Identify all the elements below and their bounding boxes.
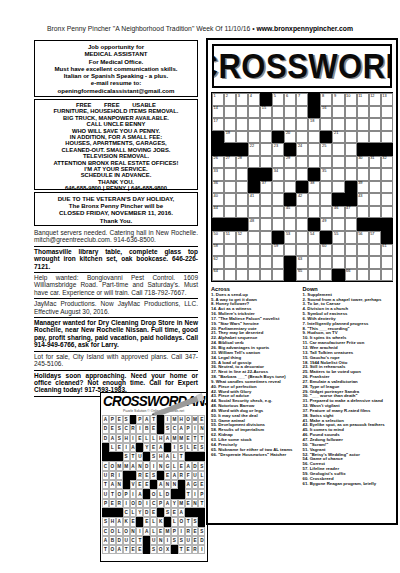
cell-number: 17 <box>214 119 218 124</box>
cell-number: 4 <box>250 94 252 99</box>
puzzle-cell <box>272 118 284 131</box>
solution-cell: D <box>192 461 199 470</box>
solution-block-cell <box>102 508 109 517</box>
solution-cell: T <box>136 536 143 545</box>
puzzle-cell <box>308 206 320 219</box>
puzzle-cell: 8 <box>320 93 332 106</box>
solution-cell: R <box>116 499 123 508</box>
cell-number: 62 <box>214 257 218 262</box>
puzzle-cell: 26 <box>212 156 224 169</box>
solution-cell: I <box>164 536 171 545</box>
puzzle-cell <box>345 218 357 231</box>
solution-block-cell <box>192 508 199 517</box>
cell-number: 23 <box>274 144 278 149</box>
puzzle-cell <box>381 181 393 194</box>
solution-cell: E <box>143 480 150 489</box>
cell-number: 8 <box>322 94 324 99</box>
puzzle-cell: 4 <box>248 93 260 106</box>
solution-block-cell <box>116 508 123 517</box>
solution-cell: T <box>185 489 192 498</box>
puzzle-cell: 2 <box>224 93 236 106</box>
solution-cell: O <box>109 527 116 536</box>
puzzle-block-cell <box>248 181 260 194</box>
cell-number: 7 <box>298 94 300 99</box>
solution-cell: L <box>143 434 150 443</box>
puzzle-cell <box>236 193 248 206</box>
solution-cell: E <box>130 545 137 554</box>
puzzle-cell: 50 <box>212 231 224 244</box>
puzzle-cell <box>332 156 344 169</box>
solution-cell: T <box>109 489 116 498</box>
puzzle-cell <box>369 168 381 181</box>
cell-number: 58 <box>214 244 218 249</box>
solution-block-cell <box>178 480 185 489</box>
puzzle-block-cell <box>381 143 393 156</box>
solution-cell: S <box>171 536 178 545</box>
solution-cell: I <box>192 489 199 498</box>
cell-number: 5 <box>274 94 276 99</box>
puzzle-cell <box>284 244 296 257</box>
puzzle-cell <box>345 143 357 156</box>
solution-cell: E <box>192 443 199 452</box>
puzzle-cell <box>260 206 272 219</box>
cell-number: 22 <box>250 144 254 149</box>
ad-line: MEDICAL ASSISTANT <box>38 50 194 57</box>
solution-cell: L <box>171 461 178 470</box>
solution-block-cell <box>109 508 116 517</box>
solution-cell: A <box>136 489 143 498</box>
solution-cell: S <box>150 545 157 554</box>
puzzle-cell <box>248 206 260 219</box>
solution-block-cell <box>157 471 164 480</box>
classified-item: Manager wanted for Dry Cleaning Drop Sto… <box>34 318 198 352</box>
solution-cell: E <box>198 480 205 489</box>
solution-block-cell <box>136 517 143 526</box>
clues-area: Across 1. Does a send-up5. A way to get … <box>211 286 394 486</box>
puzzle-cell <box>345 156 357 169</box>
puzzle-cell: 18 <box>308 118 320 131</box>
solution-cell: E <box>136 480 143 489</box>
solution-block-cell <box>143 452 150 461</box>
puzzle-cell <box>308 256 320 269</box>
solution-cell: L <box>171 452 178 461</box>
cell-number: 21 <box>334 131 338 136</box>
cell-number: 1 <box>214 94 216 99</box>
puzzle-cell <box>345 106 357 119</box>
puzzle-cell: 44 <box>212 206 224 219</box>
solution-block-cell <box>185 452 192 461</box>
solution-cell: G <box>192 480 199 489</box>
puzzle-cell: 65 <box>296 269 308 282</box>
puzzle-cell <box>345 118 357 131</box>
puzzle-cell <box>369 106 381 119</box>
solution-cell: E <box>109 499 116 508</box>
cell-number: 52 <box>238 232 242 237</box>
solution-cell: E <box>116 415 123 424</box>
cell-number: 45 <box>286 206 290 211</box>
solution-block-cell <box>130 415 137 424</box>
cell-number: 41 <box>250 194 254 199</box>
puzzle-cell: 9 <box>332 93 344 106</box>
puzzle-cell: 13 <box>381 93 393 106</box>
solution-cell: O <box>116 489 123 498</box>
solution-cell: C <box>102 527 109 536</box>
solution-block-cell <box>123 471 130 480</box>
puzzle-cell <box>272 206 284 219</box>
puzzle-cell: 14 <box>212 106 224 119</box>
solution-cell: A <box>171 471 178 480</box>
solution-block-cell <box>171 545 178 554</box>
solution-cell: M <box>123 461 130 470</box>
ad-line: Italian or Spanish Speaking - a plus. <box>38 72 194 79</box>
puzzle-cell <box>272 181 284 194</box>
cell-number: 2 <box>226 94 228 99</box>
puzzle-block-cell <box>212 143 224 156</box>
solution-block-cell <box>143 545 150 554</box>
puzzle-block-cell <box>212 218 224 231</box>
puzzle-cell: 63 <box>296 256 308 269</box>
puzzle-cell <box>320 156 332 169</box>
puzzle-cell: 31 <box>369 156 381 169</box>
puzzle-cell <box>308 156 320 169</box>
puzzle-cell: 60 <box>320 244 332 257</box>
solution-cell: C <box>123 508 130 517</box>
puzzle-cell <box>272 106 284 119</box>
header-text: Bronx Penny Pincher "A Neighborhood Trad… <box>47 25 256 32</box>
solution-cell: L <box>171 517 178 526</box>
cell-number: 48 <box>250 219 254 224</box>
puzzle-cell <box>224 193 236 206</box>
puzzle-cell <box>332 244 344 257</box>
puzzle-cell: 10 <box>345 93 357 106</box>
solution-cell: A <box>116 517 123 526</box>
solution-cell: N <box>164 480 171 489</box>
puzzle-cell <box>332 143 344 156</box>
solution-cell: I <box>178 527 185 536</box>
puzzle-cell <box>345 168 357 181</box>
crossword-title-box: CROSSWORD <box>212 44 392 88</box>
solution-cell: D <box>116 536 123 545</box>
solution-cell: S <box>198 443 205 452</box>
puzzle-cell: 41 <box>248 193 260 206</box>
ad-line: Must have excellent communication skills… <box>38 65 194 72</box>
puzzle-cell: 58 <box>212 244 224 257</box>
puzzle-cell <box>308 269 320 282</box>
puzzle-cell <box>369 131 381 144</box>
solution-cell: E <box>143 517 150 526</box>
puzzle-block-cell <box>212 131 224 144</box>
puzzle-cell <box>320 256 332 269</box>
solution-block-cell <box>164 443 171 452</box>
solution-cell: U <box>102 489 109 498</box>
puzzle-block-cell <box>224 143 236 156</box>
cell-number: 25 <box>322 144 326 149</box>
across-clues-column: Across 1. Does a send-up5. A way to get … <box>211 286 303 486</box>
solution-cell: T <box>178 545 185 554</box>
puzzle-block-cell <box>308 106 320 119</box>
puzzle-block-cell <box>296 181 308 194</box>
puzzle-cell <box>272 193 284 206</box>
cell-number: 53 <box>286 232 290 237</box>
solution-cell: A <box>109 434 116 443</box>
solution-block-cell <box>143 489 150 498</box>
solution-cell: A <box>109 480 116 489</box>
solution-cell: L <box>130 508 137 517</box>
solution-cell: S <box>102 517 109 526</box>
puzzle-cell <box>296 106 308 119</box>
clue-item: 66. "Desperate Housewives" Hatcher <box>211 453 300 458</box>
ad-line: openingformedicalassistant@gmail.com <box>38 87 194 94</box>
puzzle-block-cell <box>260 93 272 106</box>
puzzle-cell <box>332 218 344 231</box>
solution-cell: E <box>192 527 199 536</box>
solution-cell: N <box>130 527 137 536</box>
crossword-section: CROSSWORD 123456789101112131415161718192… <box>206 38 398 525</box>
cell-number: 36 <box>214 181 218 186</box>
solution-cell: C <box>171 424 178 433</box>
puzzle-cell: 43 <box>357 193 369 206</box>
puzzle-cell <box>357 206 369 219</box>
puzzle-cell: 38 <box>308 181 320 194</box>
puzzle-cell: 36 <box>212 181 224 194</box>
puzzle-cell: 53 <box>284 231 296 244</box>
puzzle-cell <box>381 106 393 119</box>
puzzle-cell <box>332 118 344 131</box>
puzzle-cell <box>320 193 332 206</box>
cell-number: 14 <box>214 106 218 111</box>
solution-cell: S <box>198 527 205 536</box>
ad-line: FURNITURE, HOUSEHOLD ITEMS REMOVAL. <box>38 108 194 114</box>
puzzle-cell <box>272 218 284 231</box>
puzzle-cell <box>224 181 236 194</box>
header-url: www.bronxpennypincher.com <box>257 25 353 32</box>
solution-grid: APESPATIMHOMEDESCRIBESCAPINDASHIELLHAMME… <box>102 415 207 554</box>
solution-cell: O <box>123 527 130 536</box>
solution-block-cell <box>157 415 164 424</box>
answers-caption: Puzzle Solution © OnlineCrosswords.net <box>101 409 207 414</box>
solution-cell: C <box>130 536 137 545</box>
cell-number: 6 <box>286 94 288 99</box>
puzzle-cell <box>260 143 272 156</box>
solution-cell: L <box>198 471 205 480</box>
puzzle-cell: 52 <box>236 231 248 244</box>
puzzle-block-cell <box>345 193 357 206</box>
solution-cell: E <box>150 424 157 433</box>
puzzle-cell <box>357 269 369 282</box>
puzzle-cell <box>296 168 308 181</box>
puzzle-cell <box>357 168 369 181</box>
solution-cell: C <box>123 424 130 433</box>
puzzle-cell: 42 <box>296 193 308 206</box>
puzzle-cell <box>236 118 248 131</box>
solution-cell: D <box>143 508 150 517</box>
solution-cell: U <box>185 536 192 545</box>
puzzle-cell <box>369 244 381 257</box>
solution-block-cell <box>157 424 164 433</box>
cell-number: 64 <box>214 269 218 274</box>
solution-cell: A <box>102 415 109 424</box>
puzzle-cell: 15 <box>260 106 272 119</box>
cell-number: 40 <box>214 194 218 199</box>
solution-cell: I <box>192 424 199 433</box>
solution-cell: F <box>185 471 192 480</box>
puzzle-cell <box>320 269 332 282</box>
cell-number: 65 <box>298 269 302 274</box>
puzzle-cell <box>296 218 308 231</box>
solution-cell: D <box>198 536 205 545</box>
solution-cell: E <box>109 424 116 433</box>
ad-line: For Medical Office. <box>38 58 194 65</box>
solution-cell: U <box>123 536 130 545</box>
across-clues-list: 1. Does a send-up5. A way to get it down… <box>211 293 300 458</box>
cell-number: 38 <box>310 181 314 186</box>
cell-number: 31 <box>370 156 374 161</box>
cell-number: 16 <box>322 106 326 111</box>
solution-cell: A <box>178 424 185 433</box>
puzzle-block-cell <box>345 181 357 194</box>
ad-line: 646-688-9800 | BENNY | 646-688-9800 <box>38 185 194 191</box>
puzzle-cell: 24 <box>296 143 308 156</box>
puzzle-cell <box>357 256 369 269</box>
solution-cell: H <box>157 434 164 443</box>
crossword-answers-section: CROSSWORDANSWERS Puzzle Solution © Onlin… <box>100 392 208 562</box>
cell-number: 12 <box>370 94 374 99</box>
solution-cell: D <box>102 424 109 433</box>
classified-item: JayMac Productions. Now JayMac Productio… <box>34 299 198 318</box>
puzzle-cell <box>345 244 357 257</box>
solution-block-cell <box>116 452 123 461</box>
solution-cell: S <box>192 517 199 526</box>
puzzle-cell <box>224 118 236 131</box>
puzzle-block-cell <box>357 143 369 156</box>
puzzle-cell <box>296 244 308 257</box>
puzzle-cell <box>272 269 284 282</box>
puzzle-cell: 55 <box>332 231 344 244</box>
puzzle-cell <box>296 156 308 169</box>
puzzle-cell <box>236 131 248 144</box>
ad-medical-assistant: Job opportunity forMEDICAL ASSISTANTFor … <box>34 40 198 97</box>
cell-number: 35 <box>322 169 326 174</box>
puzzle-cell <box>260 193 272 206</box>
puzzle-cell <box>236 256 248 269</box>
solution-cell: I <box>116 471 123 480</box>
puzzle-cell: 30 <box>357 156 369 169</box>
solution-cell: N <box>192 499 199 508</box>
solution-cell: T <box>198 434 205 443</box>
puzzle-cell <box>332 106 344 119</box>
puzzle-cell <box>224 106 236 119</box>
puzzle-cell <box>248 269 260 282</box>
puzzle-cell: 20 <box>284 131 296 144</box>
solution-cell: U <box>136 452 143 461</box>
puzzle-cell <box>272 256 284 269</box>
puzzle-cell <box>236 269 248 282</box>
solution-cell: R <box>136 471 143 480</box>
cell-number: 60 <box>322 244 326 249</box>
solution-cell: A <box>116 545 123 554</box>
solution-cell: R <box>130 424 137 433</box>
puzzle-cell <box>224 206 236 219</box>
cell-number: 11 <box>358 94 362 99</box>
puzzle-cell: 51 <box>224 231 236 244</box>
puzzle-cell <box>284 106 296 119</box>
puzzle-cell <box>260 231 272 244</box>
solution-cell: P <box>109 415 116 424</box>
puzzle-cell <box>345 231 357 244</box>
solution-cell: D <box>136 499 143 508</box>
solution-block-cell <box>136 443 143 452</box>
puzzle-cell: 61 <box>381 244 393 257</box>
solution-cell: S <box>116 434 123 443</box>
puzzle-cell <box>260 244 272 257</box>
puzzle-cell: 6 <box>284 93 296 106</box>
solution-cell: S <box>123 452 130 461</box>
puzzle-cell <box>369 118 381 131</box>
solution-cell: S <box>198 461 205 470</box>
puzzle-cell <box>248 231 260 244</box>
solution-cell: A <box>164 434 171 443</box>
solution-cell: E <box>116 443 123 452</box>
solution-cell: N <box>136 461 143 470</box>
solution-cell: O <box>157 545 164 554</box>
puzzle-cell: 46 <box>332 206 344 219</box>
cell-number: 18 <box>310 119 314 124</box>
puzzle-cell: 48 <box>248 218 260 231</box>
solution-cell: L <box>116 527 123 536</box>
puzzle-block-cell <box>320 231 332 244</box>
solution-cell: A <box>157 443 164 452</box>
ad-line: e-mail resume to: <box>38 79 194 86</box>
cell-number: 24 <box>298 144 302 149</box>
solution-cell: I <box>198 545 205 554</box>
solution-cell: H <box>178 415 185 424</box>
puzzle-block-cell <box>320 131 332 144</box>
puzzle-cell <box>345 131 357 144</box>
puzzle-cell <box>332 168 344 181</box>
cell-number: 43 <box>358 194 362 199</box>
puzzle-cell <box>284 118 296 131</box>
puzzle-cell: 23 <box>272 143 284 156</box>
solution-cell: L <box>150 527 157 536</box>
solution-cell: L <box>157 489 164 498</box>
solution-cell: E <box>185 434 192 443</box>
solution-cell: E <box>171 508 178 517</box>
solution-cell: P <box>185 424 192 433</box>
puzzle-cell <box>224 168 236 181</box>
puzzle-cell <box>308 131 320 144</box>
puzzle-cell <box>248 256 260 269</box>
puzzle-cell: 33 <box>212 168 224 181</box>
puzzle-block-cell <box>381 218 393 231</box>
puzzle-cell <box>236 168 248 181</box>
solution-cell: I <box>136 527 143 536</box>
puzzle-cell: 3 <box>236 93 248 106</box>
solution-block-cell <box>185 508 192 517</box>
puzzle-cell <box>260 156 272 169</box>
solution-cell: U <box>150 536 157 545</box>
puzzle-cell: 19 <box>224 131 236 144</box>
cell-number: 54 <box>310 232 314 237</box>
puzzle-block-cell <box>224 218 236 231</box>
solution-cell: E <box>143 471 150 480</box>
puzzle-cell <box>381 193 393 206</box>
solution-cell: H <box>157 452 164 461</box>
solution-cell: D <box>143 461 150 470</box>
solution-cell: T <box>178 452 185 461</box>
puzzle-cell <box>308 244 320 257</box>
classifieds-list: Banquet servers needed. Catering hall in… <box>34 228 198 397</box>
solution-cell: I <box>136 424 143 433</box>
